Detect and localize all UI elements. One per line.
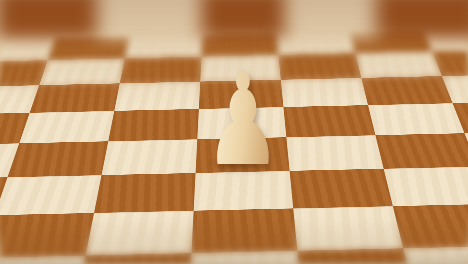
white-pawn-d4[interactable]: ♟ bbox=[188, 52, 298, 172]
square-b4[interactable] bbox=[8, 141, 109, 177]
square-f8[interactable] bbox=[350, 29, 432, 53]
square-e1[interactable] bbox=[297, 248, 415, 264]
square-d2[interactable] bbox=[191, 208, 297, 253]
square-c5[interactable] bbox=[108, 109, 199, 141]
square-b1[interactable] bbox=[0, 256, 86, 264]
square-f1[interactable] bbox=[403, 246, 468, 264]
square-f7[interactable] bbox=[355, 51, 442, 77]
square-c2[interactable] bbox=[86, 211, 194, 256]
square-d1[interactable] bbox=[189, 251, 302, 264]
square-e4[interactable] bbox=[286, 135, 383, 171]
square-b5[interactable] bbox=[19, 111, 114, 143]
square-e3[interactable] bbox=[290, 169, 393, 209]
square-g8[interactable] bbox=[423, 27, 468, 51]
chessboard-photo: ♟ bbox=[0, 0, 468, 264]
square-c3[interactable] bbox=[94, 173, 196, 213]
white-pawn-icon: ♟ bbox=[204, 57, 281, 184]
square-c4[interactable] bbox=[102, 139, 198, 175]
square-f6[interactable] bbox=[361, 76, 452, 105]
square-c1[interactable] bbox=[76, 253, 191, 264]
square-f2[interactable] bbox=[393, 204, 468, 248]
square-b3[interactable] bbox=[0, 175, 102, 215]
square-f3[interactable] bbox=[384, 167, 468, 207]
square-f4[interactable] bbox=[375, 133, 468, 169]
square-b7[interactable] bbox=[39, 58, 124, 85]
square-f5[interactable] bbox=[368, 103, 464, 135]
square-e2[interactable] bbox=[293, 206, 403, 251]
square-b6[interactable] bbox=[30, 83, 120, 112]
square-b8[interactable] bbox=[48, 36, 129, 61]
square-b2[interactable] bbox=[0, 213, 94, 258]
